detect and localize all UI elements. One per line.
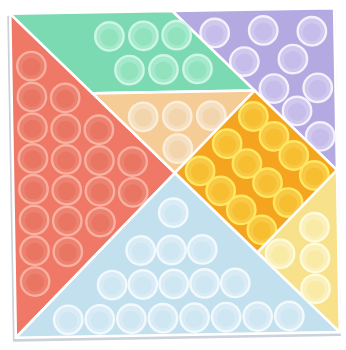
board-root (7, 8, 341, 342)
board-svg (0, 0, 346, 350)
tangram-board (0, 0, 346, 350)
